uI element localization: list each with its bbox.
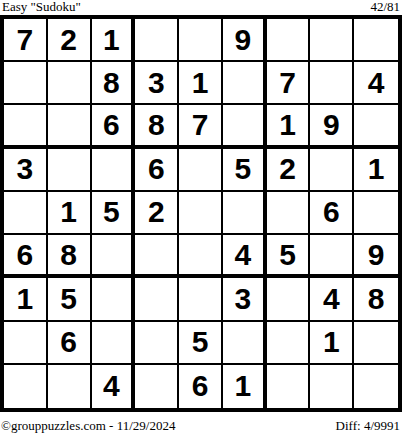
cell-r3c2[interactable] [48, 105, 92, 148]
puzzle-title: Easy "Sudoku" [2, 0, 81, 14]
cell-r3c4[interactable]: 8 [135, 105, 179, 148]
puzzle-counter: 42/81 [370, 0, 400, 14]
cell-r4c5[interactable] [179, 149, 223, 192]
cell-r6c9[interactable]: 9 [354, 235, 398, 278]
cell-r8c5[interactable]: 5 [179, 322, 223, 365]
cell-r1c1[interactable]: 7 [4, 19, 48, 62]
cell-r4c8[interactable] [310, 149, 354, 192]
cell-r2c8[interactable] [310, 62, 354, 105]
cell-r2c5[interactable]: 1 [179, 62, 223, 105]
cell-r5c8[interactable]: 6 [310, 192, 354, 235]
cell-r5c9[interactable] [354, 192, 398, 235]
cell-r7c5[interactable] [179, 278, 223, 321]
cell-r3c9[interactable] [354, 105, 398, 148]
cell-r9c1[interactable] [4, 365, 48, 408]
difficulty-rating: Diff: 4/9991 [336, 419, 400, 433]
cell-r3c5[interactable]: 7 [179, 105, 223, 148]
cell-r2c1[interactable] [4, 62, 48, 105]
cell-r1c9[interactable] [354, 19, 398, 62]
cell-r5c6[interactable] [223, 192, 267, 235]
cell-r2c3[interactable]: 8 [92, 62, 136, 105]
cell-r2c4[interactable]: 3 [135, 62, 179, 105]
cell-r5c7[interactable] [267, 192, 311, 235]
cell-r9c6[interactable]: 1 [223, 365, 267, 408]
cell-r3c1[interactable] [4, 105, 48, 148]
cell-r7c4[interactable] [135, 278, 179, 321]
cell-r7c7[interactable] [267, 278, 311, 321]
cell-r5c1[interactable] [4, 192, 48, 235]
cell-r8c2[interactable]: 6 [48, 322, 92, 365]
cell-r9c5[interactable]: 6 [179, 365, 223, 408]
cell-r6c5[interactable] [179, 235, 223, 278]
cell-r6c7[interactable]: 5 [267, 235, 311, 278]
cell-r3c6[interactable] [223, 105, 267, 148]
cell-r1c4[interactable] [135, 19, 179, 62]
cell-r2c2[interactable] [48, 62, 92, 105]
cell-r6c2[interactable]: 8 [48, 235, 92, 278]
cell-r1c2[interactable]: 2 [48, 19, 92, 62]
cell-r7c2[interactable]: 5 [48, 278, 92, 321]
cell-r5c3[interactable]: 5 [92, 192, 136, 235]
cell-r3c7[interactable]: 1 [267, 105, 311, 148]
cell-r1c6[interactable]: 9 [223, 19, 267, 62]
cell-r4c1[interactable]: 3 [4, 149, 48, 192]
cell-r9c3[interactable]: 4 [92, 365, 136, 408]
cell-r6c4[interactable] [135, 235, 179, 278]
cell-r9c8[interactable] [310, 365, 354, 408]
cell-r6c6[interactable]: 4 [223, 235, 267, 278]
cell-r6c8[interactable] [310, 235, 354, 278]
sudoku-grid: 721983174687193652115266845915348651461 [0, 15, 402, 412]
cell-r1c7[interactable] [267, 19, 311, 62]
cell-r8c7[interactable] [267, 322, 311, 365]
copyright-date: ©grouppuzzles.com - 11/29/2024 [1, 419, 175, 433]
cell-r8c3[interactable] [92, 322, 136, 365]
cell-r7c1[interactable]: 1 [4, 278, 48, 321]
cell-r7c8[interactable]: 4 [310, 278, 354, 321]
cell-r7c9[interactable]: 8 [354, 278, 398, 321]
cell-r7c6[interactable]: 3 [223, 278, 267, 321]
header: Easy "Sudoku" 42/81 [0, 0, 402, 15]
cell-r5c2[interactable]: 1 [48, 192, 92, 235]
cell-r8c8[interactable]: 1 [310, 322, 354, 365]
cell-r8c1[interactable] [4, 322, 48, 365]
cell-r4c3[interactable] [92, 149, 136, 192]
cell-r9c7[interactable] [267, 365, 311, 408]
cell-r9c4[interactable] [135, 365, 179, 408]
cell-r5c5[interactable] [179, 192, 223, 235]
cell-r4c2[interactable] [48, 149, 92, 192]
cell-r8c6[interactable] [223, 322, 267, 365]
cell-r2c7[interactable]: 7 [267, 62, 311, 105]
cell-r4c4[interactable]: 6 [135, 149, 179, 192]
cell-r8c9[interactable] [354, 322, 398, 365]
footer: ©grouppuzzles.com - 11/29/2024 Diff: 4/9… [0, 412, 402, 437]
cell-r6c1[interactable]: 6 [4, 235, 48, 278]
cell-r4c6[interactable]: 5 [223, 149, 267, 192]
cell-r3c3[interactable]: 6 [92, 105, 136, 148]
cell-r3c8[interactable]: 9 [310, 105, 354, 148]
cell-r1c3[interactable]: 1 [92, 19, 136, 62]
cell-r9c9[interactable] [354, 365, 398, 408]
cell-r1c5[interactable] [179, 19, 223, 62]
cell-r8c4[interactable] [135, 322, 179, 365]
cell-r6c3[interactable] [92, 235, 136, 278]
cell-r5c4[interactable]: 2 [135, 192, 179, 235]
cell-r4c7[interactable]: 2 [267, 149, 311, 192]
cell-r9c2[interactable] [48, 365, 92, 408]
cell-r2c9[interactable]: 4 [354, 62, 398, 105]
cell-r7c3[interactable] [92, 278, 136, 321]
cell-r2c6[interactable] [223, 62, 267, 105]
cell-r4c9[interactable]: 1 [354, 149, 398, 192]
cell-r1c8[interactable] [310, 19, 354, 62]
